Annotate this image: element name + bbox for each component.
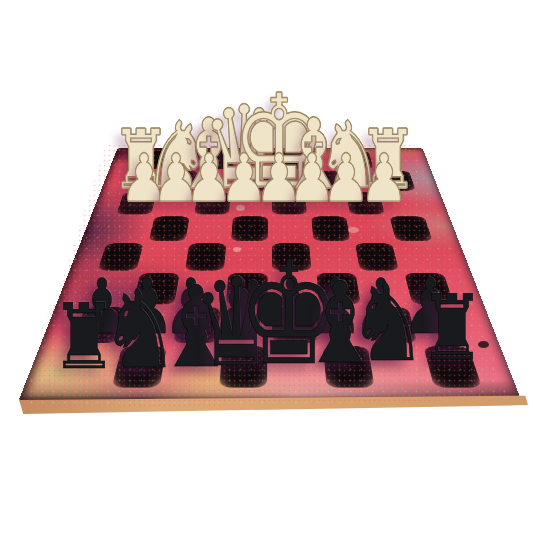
piece-black-knight-7[interactable]: ♞ [348,269,427,377]
piece-black-rook-8[interactable]: ♜ [419,283,485,373]
photo-canvas: ♜♞♝♛♚♝♞♜♟♟♟♟♟♟♟♟♟♟♟♟♟♟♟♟♜♞♝♛♚♝♞♜ [0,0,533,533]
piece-white-pawn-8[interactable]: ♟ [360,146,409,212]
pieces-layer: ♜♞♝♛♚♝♞♜♟♟♟♟♟♟♟♟♟♟♟♟♟♟♟♟♜♞♝♛♚♝♞♜ [0,0,533,533]
